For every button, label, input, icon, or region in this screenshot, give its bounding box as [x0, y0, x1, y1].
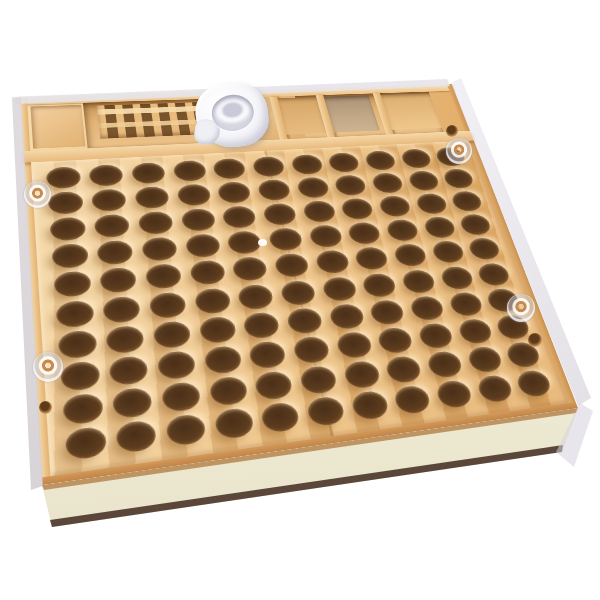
- cell-hole: [476, 262, 512, 286]
- cell-hole: [347, 222, 383, 245]
- cell: [208, 404, 261, 444]
- cell-hole: [248, 340, 288, 369]
- cell-hole: [384, 355, 423, 384]
- cell: [179, 231, 226, 261]
- pin-hole: [39, 401, 52, 414]
- clear-grommet: [33, 352, 63, 382]
- cell-hole: [65, 426, 108, 461]
- cell: [86, 186, 132, 214]
- cell: [97, 293, 147, 327]
- cell-hole: [109, 355, 149, 386]
- cell-hole: [290, 154, 324, 175]
- cell-hole: [342, 360, 382, 390]
- cell-hole: [91, 188, 127, 212]
- cell-hole: [53, 271, 91, 299]
- cell-hole: [368, 299, 406, 326]
- cell-hole: [184, 233, 221, 258]
- cell: [44, 214, 91, 244]
- cell: [110, 416, 164, 457]
- cell: [59, 423, 114, 465]
- cell-hole: [138, 211, 174, 235]
- cell-hole: [254, 370, 294, 401]
- cell-hole: [450, 191, 484, 212]
- cell-hole: [112, 387, 153, 420]
- cell: [212, 179, 257, 206]
- rim-compartment-c: [381, 93, 442, 130]
- cell-hole: [447, 291, 484, 317]
- cell-hole: [46, 166, 82, 189]
- cell: [254, 398, 307, 437]
- cell-hole: [100, 267, 138, 294]
- cell-hole: [438, 265, 475, 290]
- rim-compartment-b-dark: [324, 95, 380, 132]
- cell-hole: [62, 393, 104, 426]
- cell-hole: [273, 253, 310, 278]
- cell-hole: [172, 160, 207, 182]
- cell-hole: [222, 205, 258, 229]
- cell-hole: [376, 326, 415, 354]
- cell-hole: [262, 203, 298, 226]
- cell-hole: [180, 208, 216, 232]
- cell: [263, 225, 309, 254]
- cell: [316, 273, 364, 304]
- pin-hole: [446, 125, 458, 137]
- cell: [50, 297, 100, 331]
- cell-hole: [89, 164, 124, 187]
- cell-hole: [308, 225, 344, 249]
- cell-hole: [257, 179, 292, 201]
- cell-hole: [217, 181, 252, 204]
- cell-hole: [314, 250, 351, 275]
- cell-hole: [377, 195, 412, 217]
- cell-hole: [268, 227, 304, 251]
- cell-hole: [340, 198, 375, 220]
- cell: [303, 222, 349, 250]
- cell-hole: [145, 263, 183, 290]
- pin-hole: [528, 333, 542, 347]
- cell-hole: [417, 322, 455, 349]
- cell: [184, 257, 232, 288]
- cell-hole: [422, 216, 457, 239]
- cell-hole: [442, 168, 476, 189]
- cell: [445, 189, 489, 215]
- cell: [126, 160, 171, 186]
- cell-hole: [165, 413, 207, 447]
- cell: [285, 152, 329, 177]
- cell-hole: [157, 350, 197, 381]
- cell: [175, 206, 221, 234]
- cell: [471, 260, 517, 289]
- cell-hole: [279, 280, 317, 306]
- cell: [274, 277, 322, 309]
- cell: [133, 209, 180, 238]
- cell-hole: [399, 148, 433, 168]
- cell: [247, 154, 291, 179]
- clear-grommet: [24, 181, 51, 208]
- cell-hole: [94, 214, 131, 239]
- cell: [159, 410, 213, 450]
- cell-hole: [406, 170, 440, 191]
- cell-hole: [295, 177, 330, 199]
- cell-hole: [103, 295, 142, 323]
- cell-hole: [260, 402, 301, 434]
- cell: [167, 158, 212, 184]
- cell: [48, 268, 97, 301]
- cell-hole: [515, 369, 554, 398]
- cell-hole: [134, 186, 170, 209]
- cell-hole: [475, 374, 515, 404]
- cell-hole: [354, 247, 391, 271]
- cell-hole: [465, 346, 504, 374]
- cell-hole: [392, 243, 428, 267]
- cell: [252, 177, 297, 203]
- cell-hole: [116, 420, 158, 454]
- cell-hole: [131, 162, 166, 184]
- cell-hole: [193, 287, 231, 314]
- cell-hole: [251, 156, 285, 177]
- cell-hole: [364, 150, 398, 170]
- cell-hole: [141, 237, 178, 262]
- cell: [297, 198, 342, 225]
- cell: [92, 237, 140, 268]
- cell: [232, 281, 281, 313]
- cell-hole: [306, 396, 347, 428]
- cell: [257, 201, 303, 229]
- cell-hole: [301, 200, 336, 223]
- cell-hole: [208, 376, 249, 408]
- cell: [268, 251, 315, 281]
- cell-hole: [212, 158, 247, 180]
- cell-hole: [106, 325, 146, 355]
- cell: [300, 393, 352, 431]
- cell-hole: [292, 335, 331, 364]
- cell: [46, 241, 94, 272]
- cell-hole: [189, 260, 227, 286]
- cell-hole: [242, 311, 281, 339]
- corner-pocket: [30, 105, 85, 149]
- cell: [291, 175, 335, 201]
- cell-hole: [51, 243, 89, 269]
- cell-hole: [49, 216, 86, 241]
- cell-hole: [161, 381, 202, 413]
- cell-hole: [198, 316, 237, 345]
- cell-hole: [176, 183, 212, 206]
- cell-hole: [153, 320, 192, 349]
- cell-hole: [361, 272, 398, 298]
- cell: [280, 304, 329, 337]
- cell-hole: [203, 345, 243, 375]
- reflection-speck: [258, 239, 267, 246]
- cell-hole: [385, 219, 421, 242]
- cell: [453, 212, 497, 239]
- cell-hole: [414, 193, 449, 215]
- cell-hole: [327, 303, 365, 330]
- cell-hole: [350, 390, 391, 421]
- cell-hole: [232, 256, 269, 282]
- cell-hole: [327, 152, 361, 173]
- cell: [84, 162, 129, 189]
- cell-hole: [393, 385, 433, 416]
- cell-hole: [237, 283, 275, 310]
- cell-hole: [333, 174, 368, 196]
- cell: [140, 261, 189, 293]
- cell: [226, 254, 274, 285]
- cell-hole: [408, 295, 446, 321]
- cell: [94, 264, 143, 296]
- cell-hole: [149, 291, 188, 319]
- cell: [217, 203, 263, 231]
- cell-hole: [285, 307, 323, 335]
- cell: [437, 166, 480, 191]
- cell-hole: [430, 240, 466, 264]
- cell-hole: [60, 360, 101, 392]
- cell: [188, 285, 237, 318]
- cell: [129, 184, 175, 212]
- cell-hole: [400, 269, 437, 294]
- cell: [309, 247, 356, 277]
- cell-hole: [58, 329, 98, 359]
- cell-hole: [47, 191, 83, 215]
- cell: [171, 181, 216, 208]
- cell-hole: [335, 331, 374, 359]
- cell-hole: [321, 276, 358, 302]
- cell-hole: [456, 318, 494, 345]
- cell: [207, 156, 251, 182]
- clear-grommet: [507, 294, 535, 322]
- cell: [89, 211, 136, 240]
- cell-hole: [299, 365, 339, 395]
- cell-hole: [458, 214, 493, 236]
- cell-hole: [467, 237, 503, 260]
- cell-hole: [97, 240, 134, 266]
- cell: [143, 289, 192, 322]
- product-photo-stage: [0, 0, 600, 600]
- cell-hole: [55, 299, 94, 328]
- clear-grommet: [446, 138, 472, 164]
- cell: [136, 234, 184, 264]
- cell-hole: [425, 350, 464, 379]
- cell-hole: [434, 380, 474, 410]
- cell: [462, 235, 507, 263]
- cell-hole: [370, 172, 404, 193]
- cell-hole: [213, 407, 255, 440]
